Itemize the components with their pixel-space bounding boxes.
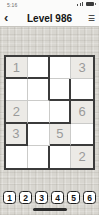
home-indicator[interactable] bbox=[33, 208, 67, 211]
grid-cell-empty-r3c2[interactable] bbox=[28, 101, 50, 123]
header: ‹ Level 986 ☰ bbox=[0, 9, 99, 26]
signal-bars-icon bbox=[77, 4, 78, 6]
number-pad: 123456 bbox=[3, 191, 96, 204]
hamburger-menu-icon[interactable]: ☰ bbox=[88, 14, 95, 23]
grid-cell-given-r4c3[interactable]: 5 bbox=[50, 124, 72, 146]
grid-cell-empty-r2c4[interactable] bbox=[71, 79, 93, 101]
grid-cell-given-r1c1[interactable]: 1 bbox=[6, 57, 28, 79]
battery-icon bbox=[86, 2, 94, 6]
grid-cell-empty-r2c1[interactable] bbox=[6, 79, 28, 101]
battery-cap-icon bbox=[95, 3, 96, 5]
grid-cell-empty-r5c2[interactable] bbox=[28, 146, 50, 168]
grid-cell-empty-r5c3[interactable] bbox=[50, 146, 72, 168]
grid-cell-empty-r4c2[interactable] bbox=[28, 124, 50, 146]
number-button-5[interactable]: 5 bbox=[67, 191, 80, 204]
status-icons bbox=[77, 2, 96, 6]
grid-cell-given-r3c1[interactable]: 2 bbox=[6, 101, 28, 123]
number-button-2[interactable]: 2 bbox=[19, 191, 32, 204]
grid-cell-empty-r3c3[interactable] bbox=[50, 101, 72, 123]
grid-cell-empty-r5c1[interactable] bbox=[6, 146, 28, 168]
number-button-1[interactable]: 1 bbox=[3, 191, 16, 204]
number-button-4[interactable]: 4 bbox=[51, 191, 64, 204]
page-title: Level 986 bbox=[0, 13, 99, 24]
grid-cell-given-r3c4[interactable]: 6 bbox=[71, 101, 93, 123]
signal-bars-icon bbox=[80, 3, 81, 6]
grid-cell-empty-r1c2[interactable] bbox=[28, 57, 50, 79]
grid-cell-given-r5c4[interactable]: 2 bbox=[71, 146, 93, 168]
signal-bars-icon bbox=[82, 2, 83, 6]
puzzle-grid: 1326352 bbox=[4, 55, 95, 170]
grid-cell-given-r4c1[interactable]: 3 bbox=[6, 124, 28, 146]
grid-cell-empty-r4c4[interactable] bbox=[71, 124, 93, 146]
grid-cell-empty-r2c3[interactable] bbox=[50, 79, 72, 101]
number-button-3[interactable]: 3 bbox=[35, 191, 48, 204]
grid-cell-given-r1c4[interactable]: 3 bbox=[71, 57, 93, 79]
grid-cell-empty-r1c3[interactable] bbox=[50, 57, 72, 79]
grid-cell-empty-r2c2[interactable] bbox=[28, 79, 50, 101]
status-bar: 5:16 bbox=[0, 0, 99, 9]
clock-time: 5:16 bbox=[7, 2, 18, 8]
number-button-6[interactable]: 6 bbox=[83, 191, 96, 204]
